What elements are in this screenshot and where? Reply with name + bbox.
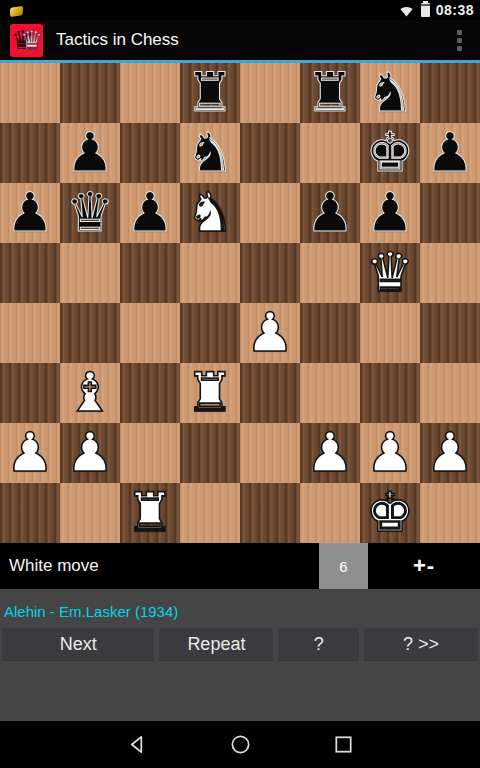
square-d3[interactable]: ♜︎ (180, 363, 240, 423)
battery-icon (421, 3, 430, 17)
black-pawn-piece: ♟︎ (6, 183, 54, 243)
square-e1[interactable] (240, 483, 300, 543)
home-icon[interactable] (229, 733, 252, 756)
square-b1[interactable] (60, 483, 120, 543)
square-f4[interactable] (300, 303, 360, 363)
square-f6[interactable]: ♟︎ (300, 183, 360, 243)
square-d8[interactable]: ♜︎ (180, 63, 240, 123)
square-a1[interactable] (0, 483, 60, 543)
android-nav-bar (0, 721, 480, 768)
black-pawn-piece: ♟︎ (306, 183, 354, 243)
square-g4[interactable] (360, 303, 420, 363)
square-h6[interactable] (420, 183, 480, 243)
square-e7[interactable] (240, 123, 300, 183)
white-rook-piece: ♜︎ (186, 363, 234, 423)
square-g7[interactable]: ♚︎ (360, 123, 420, 183)
white-pawn-piece: ♟︎ (426, 423, 474, 483)
square-a7[interactable] (0, 123, 60, 183)
side-to-move-label: White move (0, 543, 319, 589)
square-h7[interactable]: ♟︎ (420, 123, 480, 183)
square-d7[interactable]: ♞︎ (180, 123, 240, 183)
white-bishop-piece: ♝︎ (66, 363, 114, 423)
square-c2[interactable] (120, 423, 180, 483)
puzzle-caption: Alehin - Em.Lasker (1934) (2, 589, 478, 628)
white-pawn-piece: ♟︎ (66, 423, 114, 483)
status-bar: 08:38 (0, 0, 480, 20)
square-a2[interactable]: ♟︎ (0, 423, 60, 483)
square-f3[interactable] (300, 363, 360, 423)
app-bar: ♛ ♛ Tactics in Chess (0, 20, 480, 60)
square-c5[interactable] (120, 243, 180, 303)
black-pawn-piece: ♟︎ (126, 183, 174, 243)
control-panel: Alehin - Em.Lasker (1934) Next Repeat ? … (0, 589, 480, 721)
white-queen-piece: ♛︎ (366, 243, 414, 303)
square-d1[interactable] (180, 483, 240, 543)
square-d2[interactable] (180, 423, 240, 483)
square-f1[interactable] (300, 483, 360, 543)
square-e4[interactable]: ♟︎ (240, 303, 300, 363)
square-b2[interactable]: ♟︎ (60, 423, 120, 483)
move-bar: White move 6 +- (0, 543, 480, 589)
square-h5[interactable] (420, 243, 480, 303)
square-b5[interactable] (60, 243, 120, 303)
black-pawn-piece: ♟︎ (426, 123, 474, 183)
white-king-piece: ♚︎ (366, 483, 414, 543)
square-d6[interactable]: ♞︎ (180, 183, 240, 243)
square-g8[interactable]: ♞︎ (360, 63, 420, 123)
square-c3[interactable] (120, 363, 180, 423)
square-b3[interactable]: ♝︎ (60, 363, 120, 423)
recents-icon[interactable] (332, 733, 355, 756)
back-icon[interactable] (126, 733, 149, 756)
square-f8[interactable]: ♜︎ (300, 63, 360, 123)
black-knight-piece: ♞︎ (366, 63, 414, 123)
square-d4[interactable] (180, 303, 240, 363)
black-rook-piece: ♜︎ (306, 63, 354, 123)
square-h8[interactable] (420, 63, 480, 123)
square-e3[interactable] (240, 363, 300, 423)
square-g1[interactable]: ♚︎ (360, 483, 420, 543)
next-button[interactable]: Next (2, 628, 154, 660)
square-a3[interactable] (0, 363, 60, 423)
square-g2[interactable]: ♟︎ (360, 423, 420, 483)
square-e8[interactable] (240, 63, 300, 123)
notification-icon (10, 6, 23, 17)
square-b6[interactable]: ♛︎ (60, 183, 120, 243)
square-b4[interactable] (60, 303, 120, 363)
square-e5[interactable] (240, 243, 300, 303)
chess-board[interactable]: ♜︎♜︎♞︎♟︎♞︎♚︎♟︎♟︎♛︎♟︎♞︎♟︎♟︎♛︎♟︎♝︎♜︎♟︎♟︎♟︎… (0, 63, 480, 543)
square-a4[interactable] (0, 303, 60, 363)
wifi-icon (399, 4, 414, 17)
black-king-piece: ♚︎ (366, 123, 414, 183)
square-f7[interactable] (300, 123, 360, 183)
white-pawn-piece: ♟︎ (306, 423, 354, 483)
square-f2[interactable]: ♟︎ (300, 423, 360, 483)
square-a8[interactable] (0, 63, 60, 123)
repeat-button[interactable]: Repeat (159, 628, 273, 660)
square-g3[interactable] (360, 363, 420, 423)
square-a6[interactable]: ♟︎ (0, 183, 60, 243)
white-pawn-piece: ♟︎ (366, 423, 414, 483)
show-solution-button[interactable]: ? >> (364, 628, 478, 660)
white-knight-piece: ♞︎ (186, 183, 234, 243)
black-queen-piece: ♛︎ (66, 183, 114, 243)
black-rook-piece: ♜︎ (186, 63, 234, 123)
square-c6[interactable]: ♟︎ (120, 183, 180, 243)
status-time: 08:38 (436, 2, 474, 18)
overflow-menu-icon[interactable] (446, 23, 472, 57)
square-h4[interactable] (420, 303, 480, 363)
black-knight-piece: ♞︎ (186, 123, 234, 183)
square-h3[interactable] (420, 363, 480, 423)
move-counter: 6 (319, 543, 368, 589)
black-pawn-piece: ♟︎ (366, 183, 414, 243)
app-logo-icon: ♛ ♛ (10, 24, 43, 57)
eval-toggle-button[interactable]: +- (368, 543, 480, 589)
square-c8[interactable] (120, 63, 180, 123)
square-c4[interactable] (120, 303, 180, 363)
button-row: Next Repeat ? ? >> (2, 628, 478, 660)
square-c7[interactable] (120, 123, 180, 183)
square-g5[interactable]: ♛︎ (360, 243, 420, 303)
white-pawn-piece: ♟︎ (6, 423, 54, 483)
square-e6[interactable] (240, 183, 300, 243)
square-b7[interactable]: ♟︎ (60, 123, 120, 183)
square-e2[interactable] (240, 423, 300, 483)
square-a5[interactable] (0, 243, 60, 303)
square-c1[interactable]: ♜︎ (120, 483, 180, 543)
square-g6[interactable]: ♟︎ (360, 183, 420, 243)
white-pawn-piece: ♟︎ (246, 303, 294, 363)
page-title: Tactics in Chess (56, 30, 446, 50)
square-d5[interactable] (180, 243, 240, 303)
square-b8[interactable] (60, 63, 120, 123)
white-rook-piece: ♜︎ (126, 483, 174, 543)
square-f5[interactable] (300, 243, 360, 303)
black-pawn-piece: ♟︎ (66, 123, 114, 183)
square-h2[interactable]: ♟︎ (420, 423, 480, 483)
hint-button[interactable]: ? (278, 628, 358, 660)
square-h1[interactable] (420, 483, 480, 543)
